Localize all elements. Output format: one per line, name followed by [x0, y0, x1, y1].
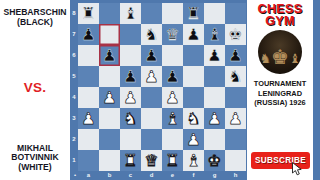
file-label-e: e — [162, 171, 183, 180]
white-pawn: ♟ — [123, 90, 137, 106]
square-b1[interactable] — [99, 150, 120, 171]
white-pawn: ♟ — [186, 132, 200, 148]
white-pawn: ♟ — [228, 111, 242, 127]
square-f3[interactable]: ♞ — [183, 108, 204, 129]
square-b4[interactable]: ♟ — [99, 87, 120, 108]
square-b7[interactable] — [99, 24, 120, 45]
square-d1[interactable]: ♛ — [141, 150, 162, 171]
white-pawn: ♟ — [144, 69, 158, 85]
square-g4[interactable] — [204, 87, 225, 108]
file-label-b: b — [99, 171, 120, 180]
rank-label-8: 8 — [70, 3, 78, 24]
square-f6[interactable] — [183, 45, 204, 66]
square-c6[interactable] — [120, 45, 141, 66]
white-queen: ♛ — [144, 153, 158, 169]
square-e8[interactable] — [162, 3, 183, 24]
right-edge-strip — [313, 0, 320, 180]
square-d6[interactable]: ♟ — [141, 45, 162, 66]
file-label-h: h — [225, 171, 246, 180]
square-g2[interactable] — [204, 129, 225, 150]
file-label-f: f — [183, 171, 204, 180]
left-player-panel: SHEBARSCHIN (BLACK) VS. MIKHAIL BOTVINNI… — [0, 0, 70, 180]
square-h2[interactable] — [225, 129, 246, 150]
square-h5[interactable]: ♞ — [225, 66, 246, 87]
square-c5[interactable]: ♟ — [120, 66, 141, 87]
rank-label-6: 6 — [70, 45, 78, 66]
white-knight: ♞ — [186, 111, 200, 127]
square-a8[interactable]: ♜ — [78, 3, 99, 24]
black-rook: ♜ — [81, 6, 95, 22]
subscribe-button[interactable]: SUBSCRIBE — [251, 152, 310, 169]
black-pawn: ♟ — [207, 48, 221, 64]
square-a1[interactable] — [78, 150, 99, 171]
square-c1[interactable]: ♜ — [120, 150, 141, 171]
square-b3[interactable] — [99, 108, 120, 129]
rank-label-5: 5 — [70, 66, 78, 87]
white-bishop: ♝ — [186, 153, 200, 169]
square-a4[interactable] — [78, 87, 99, 108]
logo-chess-piece: ♝ — [289, 52, 301, 65]
white-bishop: ♝ — [165, 111, 179, 127]
square-c3[interactable]: ♞ — [120, 108, 141, 129]
square-e6[interactable] — [162, 45, 183, 66]
white-pawn: ♟ — [165, 90, 179, 106]
white-king: ♚ — [207, 153, 221, 169]
square-g1[interactable]: ♚ — [204, 150, 225, 171]
black-pawn: ♟ — [144, 48, 158, 64]
black-queen: ♛ — [165, 27, 179, 43]
square-f2[interactable]: ♟ — [183, 129, 204, 150]
square-g3[interactable]: ♟ — [204, 108, 225, 129]
black-player-name: SHEBARSCHIN (BLACK) — [0, 8, 70, 27]
white-rook: ♜ — [123, 153, 137, 169]
square-d5[interactable]: ♟ — [141, 66, 162, 87]
logo-chess-piece: ♞ — [259, 52, 271, 65]
rank-label-3: 3 — [70, 108, 78, 129]
white-rook: ♜ — [165, 153, 179, 169]
black-rook: ♜ — [186, 6, 200, 22]
square-e5[interactable]: ♟ — [162, 66, 183, 87]
square-h7[interactable]: ♚ — [225, 24, 246, 45]
rank-label-1: 1 — [70, 150, 78, 171]
square-e2[interactable] — [162, 129, 183, 150]
square-g7[interactable]: ♝ — [204, 24, 225, 45]
square-b6[interactable]: ♟ — [99, 45, 120, 66]
square-g8[interactable] — [204, 3, 225, 24]
file-label-d: d — [141, 171, 162, 180]
square-h4[interactable] — [225, 87, 246, 108]
file-label-a: a — [78, 171, 99, 180]
square-e4[interactable]: ♟ — [162, 87, 183, 108]
square-e1[interactable]: ♜ — [162, 150, 183, 171]
square-a6[interactable] — [78, 45, 99, 66]
square-h6[interactable]: ♟ — [225, 45, 246, 66]
square-c8[interactable]: ♝ — [120, 3, 141, 24]
black-pawn: ♟ — [186, 27, 200, 43]
square-d8[interactable] — [141, 3, 162, 24]
vs-label: VS. — [0, 80, 70, 95]
square-h8[interactable] — [225, 3, 246, 24]
square-d2[interactable] — [141, 129, 162, 150]
black-bishop: ♝ — [207, 27, 221, 43]
square-b8[interactable] — [99, 3, 120, 24]
logo-chess-piece: ♚ — [271, 47, 289, 67]
black-bishop: ♝ — [123, 6, 137, 22]
square-h1[interactable] — [225, 150, 246, 171]
black-king: ♚ — [228, 27, 242, 43]
file-label-g: g — [204, 171, 225, 180]
black-pawn: ♟ — [81, 27, 95, 43]
square-f5[interactable] — [183, 66, 204, 87]
rank-label-2: 2 — [70, 129, 78, 150]
square-c7[interactable] — [120, 24, 141, 45]
square-c2[interactable] — [120, 129, 141, 150]
rank-label-4: 4 — [70, 87, 78, 108]
black-knight: ♞ — [144, 27, 158, 43]
square-d7[interactable]: ♞ — [141, 24, 162, 45]
square-f7[interactable]: ♟ — [183, 24, 204, 45]
square-b2[interactable] — [99, 129, 120, 150]
white-pawn: ♟ — [207, 111, 221, 127]
square-c4[interactable]: ♟ — [120, 87, 141, 108]
square-a7[interactable]: ♟ — [78, 24, 99, 45]
white-pawn: ♟ — [81, 111, 95, 127]
square-d4[interactable] — [141, 87, 162, 108]
black-pawn: ♟ — [165, 69, 179, 85]
square-e3[interactable]: ♝ — [162, 108, 183, 129]
square-g6[interactable]: ♟ — [204, 45, 225, 66]
channel-name: CHESS GYM — [247, 4, 313, 27]
square-f8[interactable]: ♜ — [183, 3, 204, 24]
white-pawn: ♟ — [102, 90, 116, 106]
file-label-c: c — [120, 171, 141, 180]
cursor-icon — [291, 162, 304, 176]
video-frame: SHEBARSCHIN (BLACK) VS. MIKHAIL BOTVINNI… — [0, 0, 320, 180]
square-h3[interactable]: ♟ — [225, 108, 246, 129]
white-player-name: MIKHAIL BOTVINNIK (WHITE) — [0, 144, 70, 172]
square-e7[interactable]: ♛ — [162, 24, 183, 45]
black-pawn: ♟ — [102, 48, 116, 64]
tournament-info: TOURNAMENT LENINGRAD (RUSSIA) 1926 — [247, 79, 313, 108]
square-a3[interactable]: ♟ — [78, 108, 99, 129]
square-g5[interactable] — [204, 66, 225, 87]
white-knight: ♞ — [123, 111, 137, 127]
square-a2[interactable] — [78, 129, 99, 150]
channel-panel: CHESS GYM ♞♚♝ TOURNAMENT LENINGRAD (RUSS… — [247, 0, 313, 180]
rank-label-7: 7 — [70, 24, 78, 45]
channel-logo: ♞♚♝ — [258, 30, 302, 74]
black-pawn: ♟ — [123, 69, 137, 85]
square-b5[interactable] — [99, 66, 120, 87]
chess-board-grid: ♜♝♜♟♞♛♟♝♚♟♟♟♟♟♟♟♞♟♟♟♟♞♝♞♟♟♟♜♛♜♝♚ — [78, 3, 246, 171]
black-knight: ♞ — [228, 69, 242, 85]
black-pawn: ♟ — [228, 48, 242, 64]
chess-board: ♜♝♜♟♞♛♟♝♚♟♟♟♟♟♟♟♞♟♟♟♟♞♝♞♟♟♟♜♛♜♝♚ • 87654… — [70, 0, 247, 180]
square-f4[interactable] — [183, 87, 204, 108]
square-d3[interactable] — [141, 108, 162, 129]
square-a5[interactable] — [78, 66, 99, 87]
square-f1[interactable]: ♝ — [183, 150, 204, 171]
